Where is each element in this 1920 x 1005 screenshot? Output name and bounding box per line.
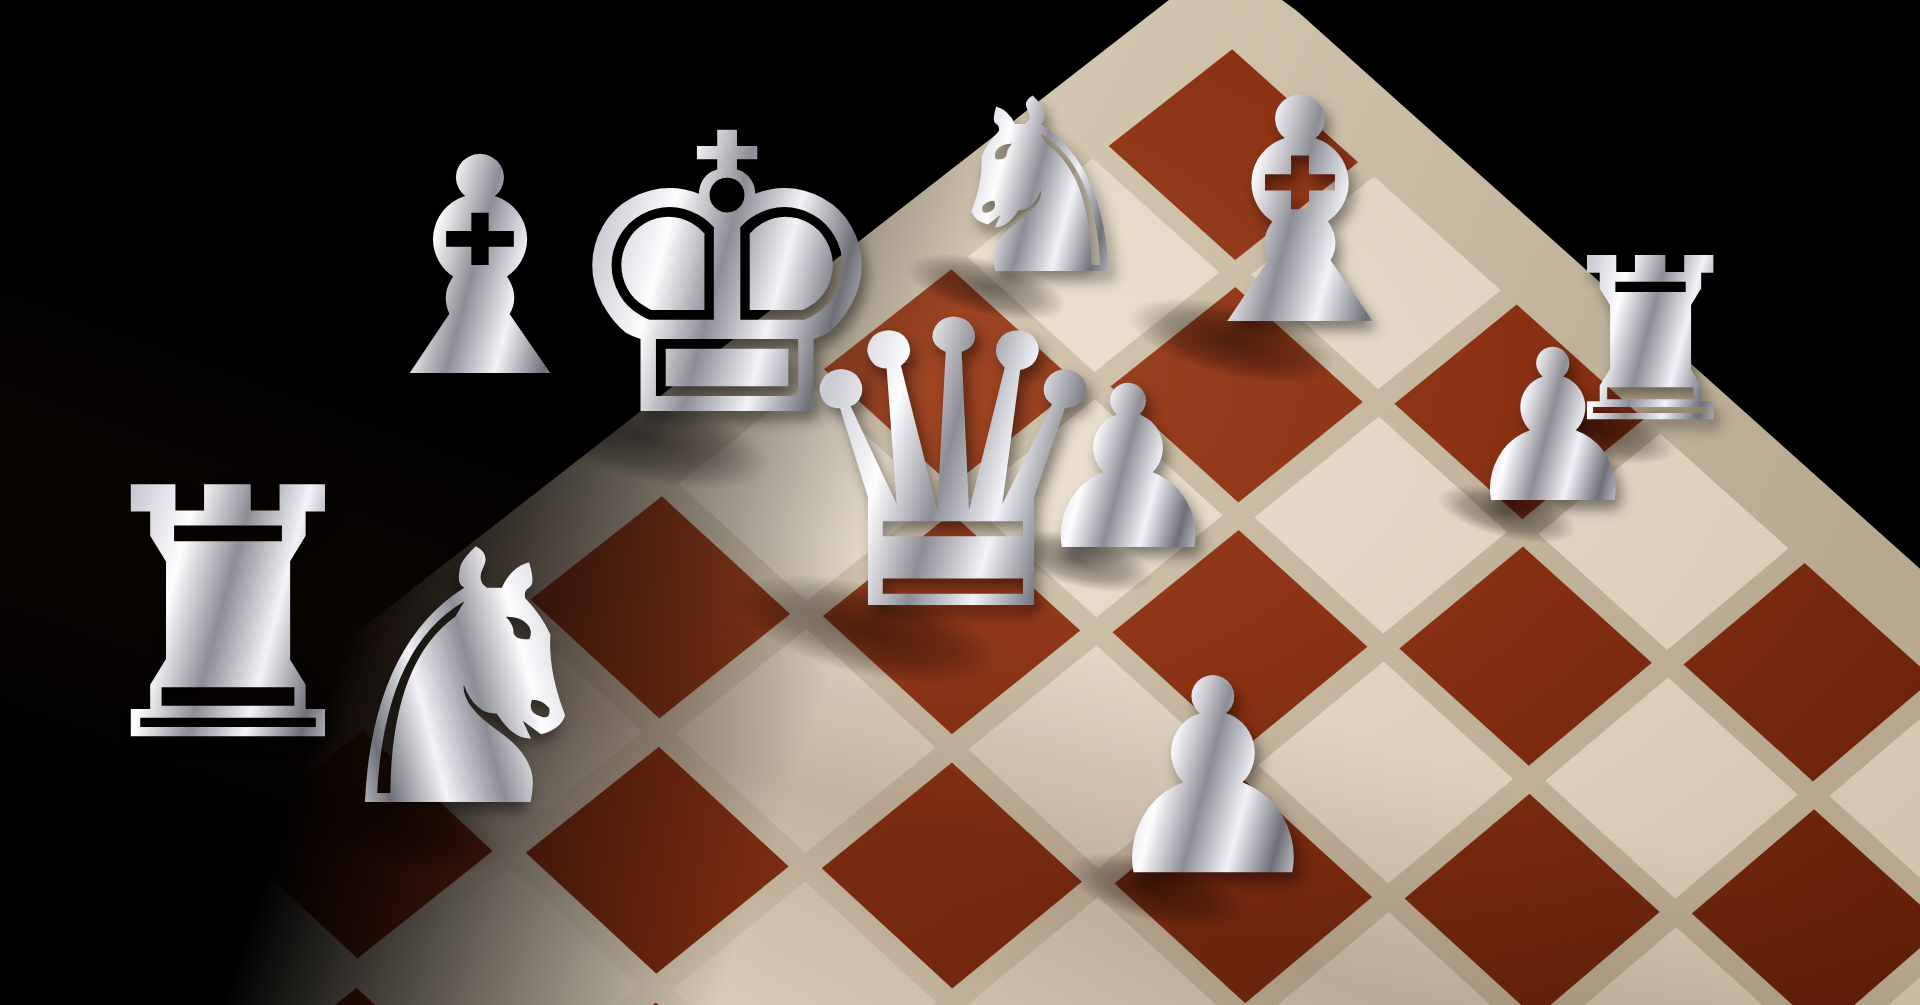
piece-white-knight-c6: ♞ [308,506,622,856]
piece-white-bishop-h7: ♝ [1161,59,1439,369]
piece-white-rook-h4: ♜ [1549,229,1751,454]
piece-white-pawn-f6: ♟ [1027,357,1229,582]
chessboard-scene: ♝♞♜♚♝♞♛♟♟♟♜ [0,0,1920,1005]
chess-pieces: ♝♞♜♚♝♞♛♟♟♟♜ [0,0,1920,1005]
piece-white-pawn-e4: ♟ [1092,644,1334,914]
